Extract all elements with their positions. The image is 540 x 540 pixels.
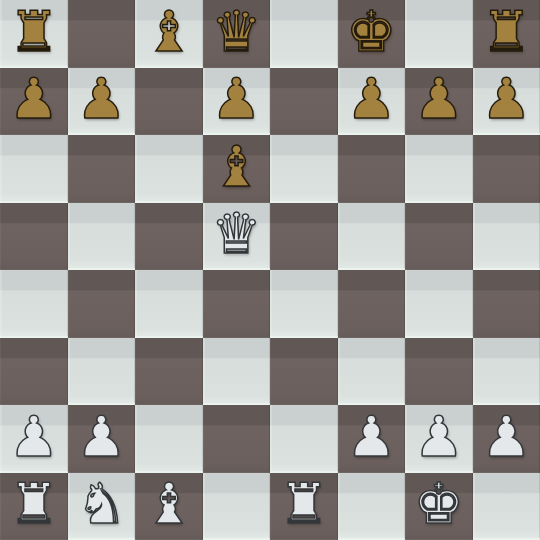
piece-white-pawn[interactable]: ♟ — [9, 409, 59, 465]
square-h8[interactable]: ♜ — [473, 0, 540, 68]
square-d1[interactable] — [203, 473, 271, 540]
square-g8[interactable] — [405, 0, 473, 68]
square-d2[interactable] — [203, 405, 271, 473]
square-a2[interactable]: ♟ — [0, 405, 68, 473]
square-g3[interactable] — [405, 338, 473, 406]
square-a5[interactable] — [0, 203, 68, 271]
piece-white-pawn[interactable]: ♟ — [414, 409, 464, 465]
piece-black-pawn[interactable]: ♟ — [346, 71, 396, 127]
piece-white-pawn[interactable]: ♟ — [346, 409, 396, 465]
square-f4[interactable] — [338, 270, 406, 338]
square-f7[interactable]: ♟ — [338, 68, 406, 136]
square-h7[interactable]: ♟ — [473, 68, 540, 136]
square-e4[interactable] — [270, 270, 338, 338]
square-b4[interactable] — [68, 270, 136, 338]
square-f1[interactable] — [338, 473, 406, 540]
square-a8[interactable]: ♜ — [0, 0, 68, 68]
square-d5[interactable]: ♛ — [203, 203, 271, 271]
piece-white-rook[interactable]: ♜ — [9, 476, 59, 532]
piece-black-pawn[interactable]: ♟ — [414, 71, 464, 127]
square-c5[interactable] — [135, 203, 203, 271]
square-b2[interactable]: ♟ — [68, 405, 136, 473]
square-e6[interactable] — [270, 135, 338, 203]
piece-black-bishop[interactable]: ♝ — [211, 139, 261, 195]
piece-black-queen[interactable]: ♛ — [211, 4, 261, 60]
piece-black-king[interactable]: ♚ — [346, 4, 396, 60]
square-d8[interactable]: ♛ — [203, 0, 271, 68]
square-f8[interactable]: ♚ — [338, 0, 406, 68]
square-e3[interactable] — [270, 338, 338, 406]
square-e8[interactable] — [270, 0, 338, 68]
square-e7[interactable] — [270, 68, 338, 136]
square-f5[interactable] — [338, 203, 406, 271]
square-g2[interactable]: ♟ — [405, 405, 473, 473]
square-g1[interactable]: ♚ — [405, 473, 473, 540]
square-f6[interactable] — [338, 135, 406, 203]
square-h1[interactable] — [473, 473, 540, 540]
square-b7[interactable]: ♟ — [68, 68, 136, 136]
square-g4[interactable] — [405, 270, 473, 338]
square-b8[interactable] — [68, 0, 136, 68]
square-c2[interactable] — [135, 405, 203, 473]
square-h3[interactable] — [473, 338, 540, 406]
square-h2[interactable]: ♟ — [473, 405, 540, 473]
square-b6[interactable] — [68, 135, 136, 203]
square-f3[interactable] — [338, 338, 406, 406]
piece-black-bishop[interactable]: ♝ — [144, 4, 194, 60]
piece-black-pawn[interactable]: ♟ — [9, 71, 59, 127]
square-d7[interactable]: ♟ — [203, 68, 271, 136]
piece-white-pawn[interactable]: ♟ — [76, 409, 126, 465]
piece-white-bishop[interactable]: ♝ — [144, 476, 194, 532]
square-d3[interactable] — [203, 338, 271, 406]
piece-white-knight[interactable]: ♞ — [76, 476, 126, 532]
square-d4[interactable] — [203, 270, 271, 338]
square-b5[interactable] — [68, 203, 136, 271]
square-a6[interactable] — [0, 135, 68, 203]
square-h6[interactable] — [473, 135, 540, 203]
square-c8[interactable]: ♝ — [135, 0, 203, 68]
piece-white-rook[interactable]: ♜ — [279, 476, 329, 532]
piece-black-pawn[interactable]: ♟ — [76, 71, 126, 127]
chess-board-container: ♜♝♛♚♜♟♟♟♟♟♟♝♛♟♟♟♟♟♜♞♝♜♚ — [0, 0, 540, 540]
square-g5[interactable] — [405, 203, 473, 271]
square-e5[interactable] — [270, 203, 338, 271]
square-a4[interactable] — [0, 270, 68, 338]
square-a7[interactable]: ♟ — [0, 68, 68, 136]
piece-white-king[interactable]: ♚ — [414, 476, 464, 532]
piece-black-rook[interactable]: ♜ — [481, 4, 531, 60]
square-g7[interactable]: ♟ — [405, 68, 473, 136]
square-c4[interactable] — [135, 270, 203, 338]
piece-black-rook[interactable]: ♜ — [9, 4, 59, 60]
chess-board: ♜♝♛♚♜♟♟♟♟♟♟♝♛♟♟♟♟♟♜♞♝♜♚ — [0, 0, 540, 540]
square-c3[interactable] — [135, 338, 203, 406]
square-f2[interactable]: ♟ — [338, 405, 406, 473]
piece-black-pawn[interactable]: ♟ — [481, 71, 531, 127]
square-c7[interactable] — [135, 68, 203, 136]
piece-black-pawn[interactable]: ♟ — [211, 71, 261, 127]
square-h4[interactable] — [473, 270, 540, 338]
square-h5[interactable] — [473, 203, 540, 271]
square-e1[interactable]: ♜ — [270, 473, 338, 540]
square-c1[interactable]: ♝ — [135, 473, 203, 540]
square-a1[interactable]: ♜ — [0, 473, 68, 540]
piece-white-queen[interactable]: ♛ — [211, 206, 261, 262]
square-d6[interactable]: ♝ — [203, 135, 271, 203]
square-g6[interactable] — [405, 135, 473, 203]
piece-white-pawn[interactable]: ♟ — [481, 409, 531, 465]
square-e2[interactable] — [270, 405, 338, 473]
square-a3[interactable] — [0, 338, 68, 406]
square-b1[interactable]: ♞ — [68, 473, 136, 540]
square-b3[interactable] — [68, 338, 136, 406]
square-c6[interactable] — [135, 135, 203, 203]
